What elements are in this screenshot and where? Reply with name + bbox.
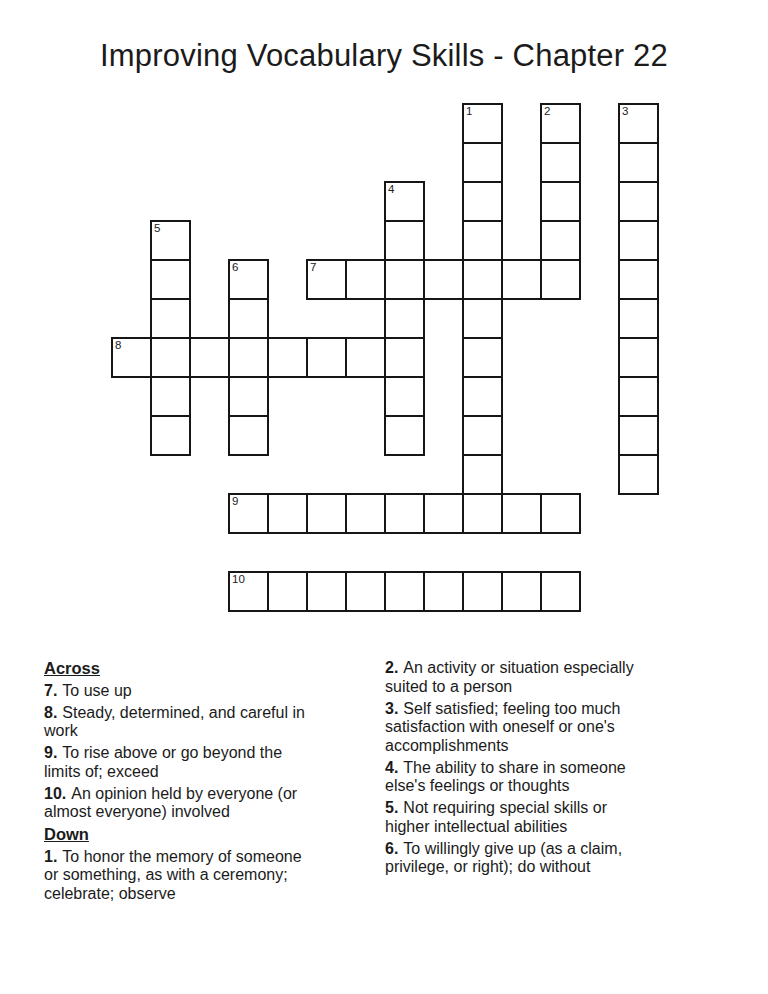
clue-across-9: 9.To rise above or go beyond the limits … [44,744,359,781]
clue-number: 2. [385,659,398,676]
clue-number: 5. [385,799,398,816]
clue-section: Across 7.To use up 8.Steady, determined,… [44,659,720,907]
clue-number: 2 [544,105,550,118]
grid-cell[interactable] [384,493,425,534]
grid-cell[interactable]: 10 [228,571,269,612]
grid-cell[interactable] [423,259,464,300]
grid-cell[interactable] [228,298,269,339]
clue-number: 10. [44,785,66,802]
clue-across-10: 10.An opinion held by everyone (or almos… [44,785,359,822]
grid-cell[interactable] [345,337,386,378]
grid-cell[interactable]: 6 [228,259,269,300]
clue-across-8: 8.Steady, determined, and careful in wor… [44,704,359,741]
grid-cell[interactable] [345,571,386,612]
clue-number: 8 [115,339,121,352]
grid-cell[interactable] [618,142,659,183]
grid-cell[interactable] [306,493,347,534]
clue-number: 3. [385,700,398,717]
clue-number: 1 [466,105,472,118]
grid-cell[interactable]: 2 [540,103,581,144]
grid-cell[interactable] [462,298,503,339]
grid-cell[interactable] [540,220,581,261]
grid-cell[interactable] [501,259,542,300]
clue-number: 9 [232,495,238,508]
clue-down-2: 2.An activity or situation especially su… [385,659,707,696]
clue-text: To willingly give up (as a claim, privil… [385,840,622,876]
clue-text: To rise above or go beyond the limits of… [44,744,282,780]
clue-number: 5 [154,222,160,235]
grid-cell[interactable] [384,571,425,612]
grid-cell[interactable]: 1 [462,103,503,144]
grid-cell[interactable] [267,337,308,378]
grid-cell[interactable]: 3 [618,103,659,144]
grid-cell[interactable]: 9 [228,493,269,534]
clue-text: The ability to share in someone else's f… [385,759,626,795]
grid-cell[interactable] [384,220,425,261]
clue-text: An activity or situation especially suit… [385,659,634,695]
grid-cell[interactable] [423,493,464,534]
clue-down-3: 3.Self satisfied; feeling too much satis… [385,700,707,756]
clue-text: Not requiring special skills or higher i… [385,799,607,835]
grid-cell[interactable] [462,454,503,495]
grid-cell[interactable] [462,376,503,417]
grid-cell[interactable] [618,415,659,456]
clue-text: An opinion held by everyone (or almost e… [44,785,297,821]
grid-cell[interactable]: 7 [306,259,347,300]
grid-cell[interactable] [462,220,503,261]
grid-cell[interactable] [462,259,503,300]
clue-number: 4. [385,759,398,776]
grid-cell[interactable] [150,337,191,378]
page-title: Improving Vocabulary Skills - Chapter 22 [0,38,768,74]
across-header: Across [44,659,359,678]
clue-column-right: 2.An activity or situation especially su… [385,659,707,907]
clue-column-left: Across 7.To use up 8.Steady, determined,… [44,659,359,907]
grid-cell[interactable] [345,259,386,300]
grid-cell[interactable] [618,298,659,339]
grid-cell[interactable] [306,337,347,378]
grid-cell[interactable] [423,571,464,612]
clue-number: 7. [44,682,57,699]
grid-cell[interactable] [150,376,191,417]
grid-cell[interactable] [150,415,191,456]
clue-number: 1. [44,848,57,865]
grid-cell[interactable]: 5 [150,220,191,261]
grid-cell[interactable] [345,493,386,534]
grid-cell[interactable] [501,571,542,612]
clue-down-4: 4.The ability to share in someone else's… [385,759,707,796]
grid-cell[interactable] [228,376,269,417]
grid-cell[interactable] [462,142,503,183]
grid-cell[interactable] [618,220,659,261]
grid-cell[interactable] [189,337,230,378]
grid-cell[interactable] [618,259,659,300]
clue-text: Steady, determined, and careful in work [44,704,305,740]
clue-number: 3 [622,105,628,118]
grid-cell[interactable] [384,298,425,339]
grid-cell[interactable] [462,571,503,612]
grid-cell[interactable] [150,259,191,300]
grid-cell[interactable]: 4 [384,181,425,222]
clue-text: To use up [62,682,131,699]
clue-number: 10 [232,573,245,586]
grid-cell[interactable] [540,142,581,183]
grid-cell[interactable] [501,493,542,534]
grid-cell[interactable] [462,181,503,222]
clue-down-1: 1.To honor the memory of someone or some… [44,848,359,904]
grid-cell[interactable] [384,376,425,417]
grid-cell[interactable] [462,415,503,456]
clue-number: 4 [388,183,394,196]
grid-cell[interactable] [618,337,659,378]
grid-cell[interactable] [462,337,503,378]
grid-cell[interactable] [267,571,308,612]
down-header: Down [44,825,359,844]
clue-across-7: 7.To use up [44,682,359,701]
clue-down-6: 6.To willingly give up (as a claim, priv… [385,840,707,877]
grid-cell[interactable] [540,571,581,612]
clue-number: 6. [385,840,398,857]
clue-text: Self satisfied; feeling too much satisfa… [385,700,620,754]
grid-cell[interactable] [618,454,659,495]
crossword-grid: 12345678910 [111,103,659,612]
grid-cell[interactable] [306,571,347,612]
grid-cell[interactable] [540,181,581,222]
grid-cell[interactable] [540,259,581,300]
grid-cell[interactable] [228,415,269,456]
clue-number: 9. [44,744,57,761]
clue-down-5: 5.Not requiring special skills or higher… [385,799,707,836]
grid-cell[interactable] [150,298,191,339]
grid-cell[interactable]: 8 [111,337,152,378]
grid-cell[interactable] [384,337,425,378]
grid-cell[interactable] [462,493,503,534]
clue-text: To honor the memory of someone or someth… [44,848,302,902]
clue-number: 8. [44,704,57,721]
grid-cell[interactable] [384,415,425,456]
grid-cell[interactable] [267,493,308,534]
grid-cell[interactable] [618,181,659,222]
grid-cell[interactable] [618,376,659,417]
crossword-worksheet: Improving Vocabulary Skills - Chapter 22… [0,0,768,994]
clue-number: 7 [310,261,316,274]
grid-cell[interactable] [228,337,269,378]
clue-number: 6 [232,261,238,274]
grid-cell[interactable] [540,493,581,534]
grid-cell[interactable] [384,259,425,300]
